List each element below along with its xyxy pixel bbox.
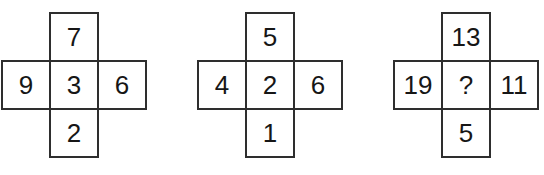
cross2-cell-top: 5 <box>245 12 295 62</box>
cross1-cell-top: 7 <box>49 12 99 62</box>
cross2-cell-right: 6 <box>293 60 343 110</box>
cross3-cell-center-unknown: ? <box>441 60 491 110</box>
number-cross-1: 7 9 3 6 2 <box>2 13 146 157</box>
cross1-cell-right: 6 <box>97 60 147 110</box>
cross3-cell-right: 11 <box>489 60 539 110</box>
cross2-cell-bottom: 1 <box>245 108 295 158</box>
cross2-cell-center: 2 <box>245 60 295 110</box>
cross1-cell-bottom: 2 <box>49 108 99 158</box>
cross2-cell-left: 4 <box>197 60 247 110</box>
puzzle-canvas: 7 9 3 6 2 5 4 2 6 1 13 19 ? 11 5 <box>0 0 544 175</box>
cross3-cell-bottom: 5 <box>441 108 491 158</box>
cross1-cell-center: 3 <box>49 60 99 110</box>
cross3-cell-top: 13 <box>441 12 491 62</box>
number-cross-3: 13 19 ? 11 5 <box>394 13 538 157</box>
cross1-cell-left: 9 <box>1 60 51 110</box>
cross3-cell-left: 19 <box>393 60 443 110</box>
number-cross-2: 5 4 2 6 1 <box>198 13 342 157</box>
